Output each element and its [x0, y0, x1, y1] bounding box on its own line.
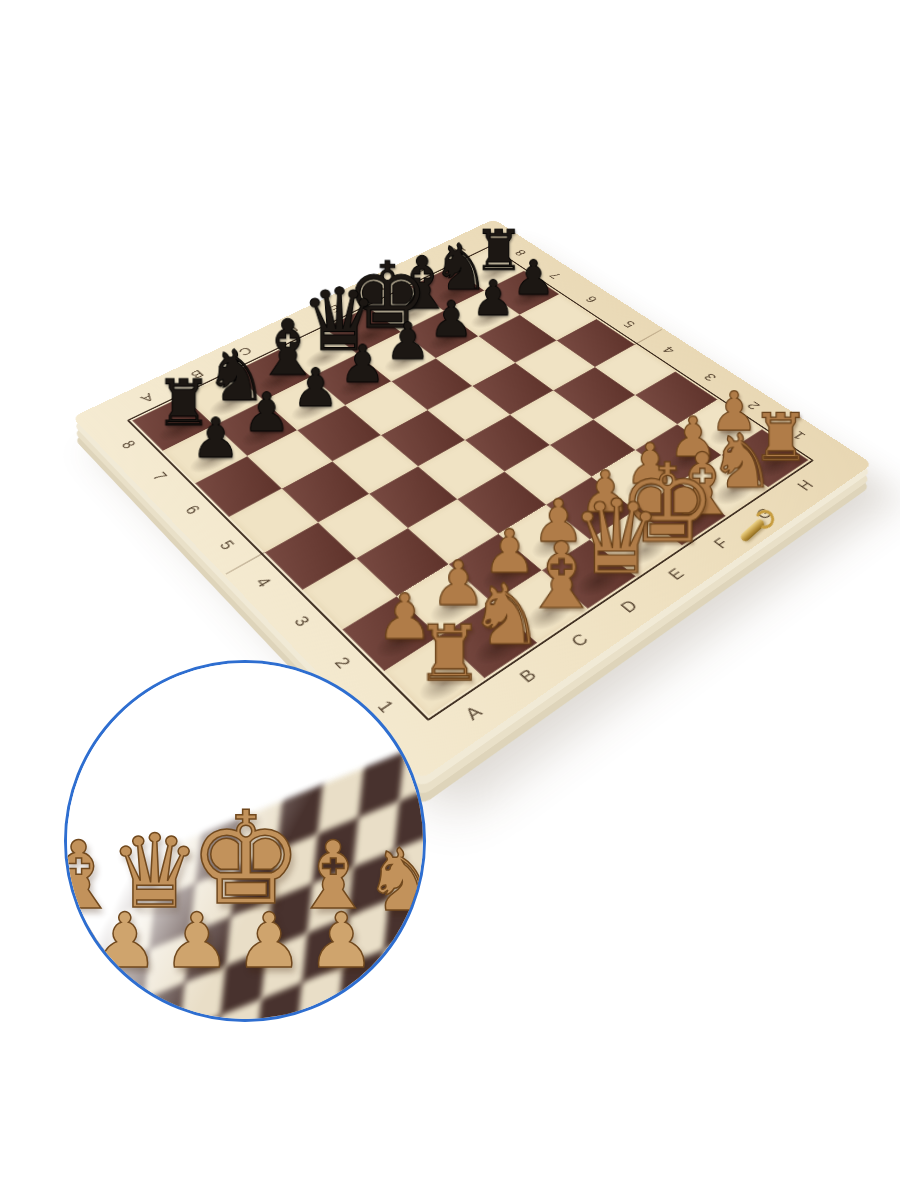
- file-label-h-top: H: [449, 244, 468, 255]
- rank-label-3-left: 3: [289, 613, 314, 631]
- rank-label-7-left: 7: [148, 470, 171, 485]
- product-photo: ABCDEFGH8♜♞♝♛♚♝♞♜87♟♟♟♟♟♟♟♟7665544332♟♟♟…: [0, 0, 900, 800]
- rank-label-5-right: 5: [620, 318, 639, 329]
- inset-circle: ♞♝♛♚♝♞♜ ♟♟♟♟: [64, 660, 426, 1022]
- rank-label-2-left: 2: [329, 654, 355, 673]
- file-label-b-top: B: [187, 367, 207, 381]
- rank-label-8-left: 8: [117, 438, 140, 452]
- inset-wooden-pawn: ♟: [91, 903, 159, 979]
- inset-wooden-pawn: ♟: [235, 903, 303, 979]
- file-label-h-bottom: H: [794, 477, 819, 494]
- rank-label-2-right: 2: [744, 399, 764, 412]
- file-label-c-bottom: C: [567, 630, 594, 651]
- file-label-c-top: C: [234, 344, 254, 358]
- file-label-e-top: E: [325, 302, 344, 314]
- rank-label-6-left: 6: [180, 503, 204, 518]
- rank-label-6-right: 6: [582, 294, 601, 305]
- inset-pieces-front-row: ♟♟♟♟: [64, 903, 411, 979]
- file-label-f-top: F: [368, 282, 386, 294]
- rank-label-1-left: 1: [372, 697, 399, 717]
- file-label-f-bottom: F: [710, 535, 734, 552]
- inset-wooden-pawn: ♟: [163, 903, 231, 979]
- rank-label-1-right: 1: [789, 428, 810, 442]
- file-label-a-top: A: [137, 390, 157, 404]
- rank-label-4-left: 4: [251, 574, 276, 591]
- rank-label-7-right: 7: [546, 270, 565, 280]
- file-label-e-bottom: E: [664, 565, 689, 584]
- rank-label-8-right: 8: [512, 248, 530, 258]
- file-label-d-bottom: D: [617, 597, 643, 617]
- inset-wooden-pawn: ♟: [307, 903, 375, 979]
- file-label-d-top: D: [280, 323, 300, 336]
- file-label-g-top: G: [409, 262, 429, 274]
- file-label-b-bottom: B: [515, 665, 541, 687]
- rank-label-4-right: 4: [659, 344, 679, 356]
- rank-label-5-left: 5: [214, 537, 238, 553]
- file-label-a-bottom: A: [461, 702, 488, 725]
- rank-label-3-right: 3: [701, 371, 721, 383]
